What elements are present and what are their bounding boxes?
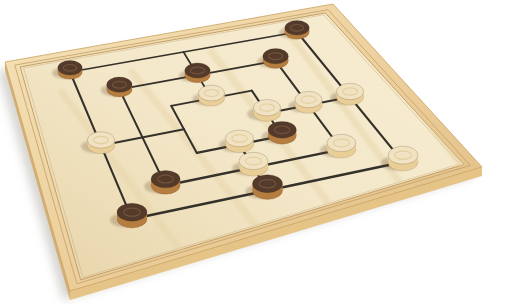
piece-top [327,134,356,151]
point-b4[interactable] [137,131,149,143]
point-d7[interactable] [178,46,190,58]
piece-top [263,49,288,64]
piece-top [388,146,418,164]
piece-top [336,83,363,99]
point-c3[interactable] [191,147,203,159]
piece-top [87,132,114,148]
piece-top [225,130,253,147]
piece-top [285,21,309,36]
piece-top [107,77,132,92]
piece-top [185,63,210,78]
morris-board-photo [0,0,510,304]
piece-top [268,121,296,138]
piece-top [253,175,283,193]
piece-top [58,61,82,76]
morris-board [0,0,510,304]
piece-top [295,91,322,107]
point-c5[interactable] [165,100,177,112]
piece-top [151,170,180,187]
point-e5[interactable] [246,85,258,97]
piece-top [198,85,224,101]
piece-top [253,100,280,116]
piece-top [117,203,147,221]
piece-top [239,152,268,169]
point-c4[interactable] [178,123,190,135]
